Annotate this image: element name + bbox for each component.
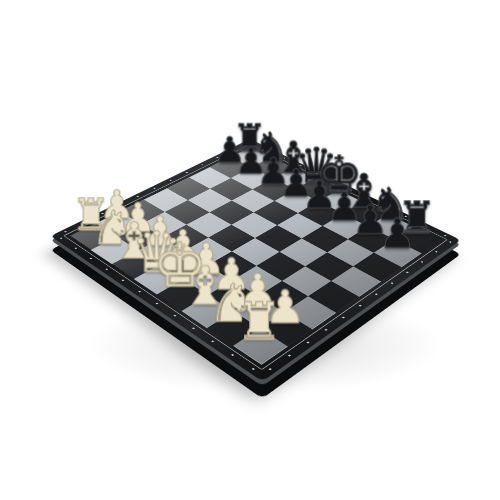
piece-black-rook: ♜ [233,119,267,157]
chess-board: ♜♞♝♛♚♝♞♜♟♟♟♟♟♟♟♟♟♟♟♟♟♟♟♟♜♞♝♛♚♝♞♜ [50,139,460,381]
board-scene: ♜♞♝♛♚♝♞♜♟♟♟♟♟♟♟♟♟♟♟♟♟♟♟♟♜♞♝♛♚♝♞♜ [110,93,400,383]
piece-black-knight: ♞ [369,182,410,227]
square-a1: ♜ [70,223,116,249]
square-h1: ♜ [233,329,287,365]
piece-white-pawn: ♟ [100,185,135,224]
piece-black-pawn: ♟ [214,132,246,168]
square-c1: ♝ [112,250,160,279]
square-d4 [209,225,255,251]
piece-white-rook: ♜ [72,193,111,237]
product-photo-stage: ♜♞♝♛♚♝♞♜♟♟♟♟♟♟♟♟♟♟♟♟♟♟♟♟♜♞♝♛♚♝♞♜ [0,0,500,500]
board-grid: ♜♞♝♛♚♝♞♜♟♟♟♟♟♟♟♟♟♟♟♟♟♟♟♟♜♞♝♛♚♝♞♜ [70,147,441,365]
piece-black-king: ♚ [315,149,362,202]
